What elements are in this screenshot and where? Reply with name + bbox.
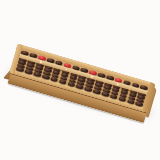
unit-marker-dot [40,61,42,63]
unit-marker-dot [117,83,119,85]
unit-marker-dot [66,68,68,70]
soroban-abacus [7,44,155,122]
abacus-scene [0,0,160,160]
unit-marker-dot [91,76,93,78]
